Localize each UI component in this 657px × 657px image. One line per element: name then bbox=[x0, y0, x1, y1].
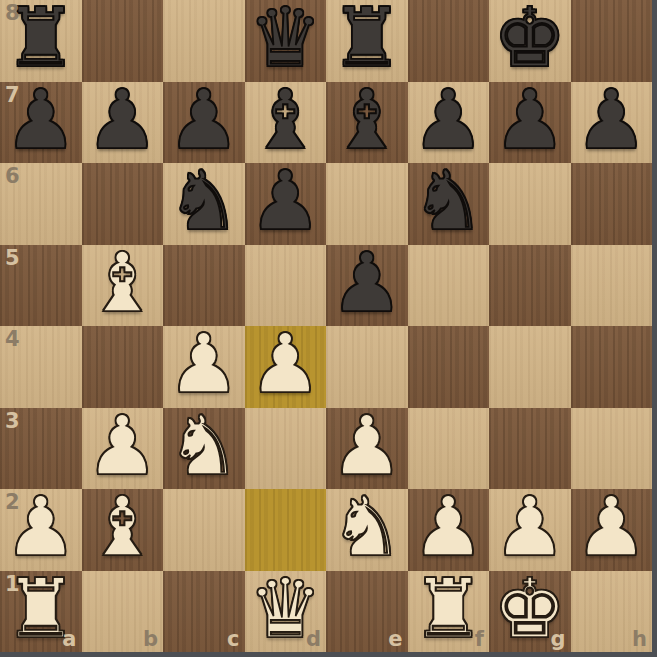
square-a2[interactable]: ♟2 bbox=[0, 489, 82, 571]
square-a3[interactable]: 3 bbox=[0, 408, 82, 490]
piece-white-bishop-b2[interactable]: ♝ bbox=[85, 489, 159, 568]
piece-white-king-g1[interactable]: ♚ bbox=[493, 571, 567, 650]
square-a8[interactable]: ♜8 bbox=[0, 0, 82, 82]
square-h1[interactable]: h bbox=[571, 571, 653, 653]
square-h3[interactable] bbox=[571, 408, 653, 490]
square-g6[interactable] bbox=[489, 163, 571, 245]
file-label-b: b bbox=[143, 629, 158, 650]
square-b1[interactable]: b bbox=[82, 571, 164, 653]
square-b6[interactable] bbox=[82, 163, 164, 245]
square-d4[interactable]: ♟ bbox=[245, 326, 327, 408]
square-f4[interactable] bbox=[408, 326, 490, 408]
rank-label-4: 4 bbox=[5, 329, 20, 350]
square-a7[interactable]: ♟7 bbox=[0, 82, 82, 164]
piece-white-knight-e2[interactable]: ♞ bbox=[330, 489, 404, 568]
square-f6[interactable]: ♞ bbox=[408, 163, 490, 245]
piece-black-rook-e8[interactable]: ♜ bbox=[330, 0, 404, 79]
file-label-e: e bbox=[388, 629, 402, 650]
square-h4[interactable] bbox=[571, 326, 653, 408]
square-b5[interactable]: ♝ bbox=[82, 245, 164, 327]
square-b2[interactable]: ♝ bbox=[82, 489, 164, 571]
piece-white-rook-f1[interactable]: ♜ bbox=[411, 571, 485, 650]
square-d5[interactable] bbox=[245, 245, 327, 327]
square-f5[interactable] bbox=[408, 245, 490, 327]
square-h7[interactable]: ♟ bbox=[571, 82, 653, 164]
square-a5[interactable]: 5 bbox=[0, 245, 82, 327]
square-d7[interactable]: ♝ bbox=[245, 82, 327, 164]
square-f2[interactable]: ♟ bbox=[408, 489, 490, 571]
square-b4[interactable] bbox=[82, 326, 164, 408]
square-c5[interactable] bbox=[163, 245, 245, 327]
square-c3[interactable]: ♞ bbox=[163, 408, 245, 490]
piece-white-knight-c3[interactable]: ♞ bbox=[167, 408, 241, 487]
square-d1[interactable]: ♛d bbox=[245, 571, 327, 653]
square-e2[interactable]: ♞ bbox=[326, 489, 408, 571]
square-d2[interactable] bbox=[245, 489, 327, 571]
square-b8[interactable] bbox=[82, 0, 164, 82]
square-g1[interactable]: ♚g bbox=[489, 571, 571, 653]
square-h6[interactable] bbox=[571, 163, 653, 245]
square-e4[interactable] bbox=[326, 326, 408, 408]
rank-label-5: 5 bbox=[5, 248, 20, 269]
square-g4[interactable] bbox=[489, 326, 571, 408]
piece-black-pawn-c7[interactable]: ♟ bbox=[167, 82, 241, 161]
square-a6[interactable]: 6 bbox=[0, 163, 82, 245]
square-f3[interactable] bbox=[408, 408, 490, 490]
rank-label-3: 3 bbox=[5, 411, 20, 432]
piece-white-pawn-d4[interactable]: ♟ bbox=[248, 326, 322, 405]
square-e5[interactable]: ♟ bbox=[326, 245, 408, 327]
square-d8[interactable]: ♛ bbox=[245, 0, 327, 82]
square-h2[interactable]: ♟ bbox=[571, 489, 653, 571]
piece-black-bishop-e7[interactable]: ♝ bbox=[330, 82, 404, 161]
piece-black-knight-c6[interactable]: ♞ bbox=[167, 163, 241, 242]
square-g3[interactable] bbox=[489, 408, 571, 490]
piece-black-pawn-f7[interactable]: ♟ bbox=[411, 82, 485, 161]
piece-black-king-g8[interactable]: ♚ bbox=[493, 0, 567, 79]
square-f1[interactable]: ♜f bbox=[408, 571, 490, 653]
piece-white-pawn-g2[interactable]: ♟ bbox=[493, 489, 567, 568]
square-g2[interactable]: ♟ bbox=[489, 489, 571, 571]
piece-white-queen-d1[interactable]: ♛ bbox=[248, 571, 322, 650]
piece-black-pawn-d6[interactable]: ♟ bbox=[248, 163, 322, 242]
piece-white-pawn-b3[interactable]: ♟ bbox=[85, 408, 159, 487]
piece-white-pawn-h2[interactable]: ♟ bbox=[574, 489, 648, 568]
square-f8[interactable] bbox=[408, 0, 490, 82]
square-g8[interactable]: ♚ bbox=[489, 0, 571, 82]
piece-black-bishop-d7[interactable]: ♝ bbox=[248, 82, 322, 161]
piece-black-pawn-e5[interactable]: ♟ bbox=[330, 245, 404, 324]
square-e6[interactable] bbox=[326, 163, 408, 245]
square-e7[interactable]: ♝ bbox=[326, 82, 408, 164]
piece-black-pawn-b7[interactable]: ♟ bbox=[85, 82, 159, 161]
square-e3[interactable]: ♟ bbox=[326, 408, 408, 490]
square-b7[interactable]: ♟ bbox=[82, 82, 164, 164]
square-f7[interactable]: ♟ bbox=[408, 82, 490, 164]
piece-white-rook-a1[interactable]: ♜ bbox=[4, 571, 78, 650]
square-a4[interactable]: 4 bbox=[0, 326, 82, 408]
file-label-c: c bbox=[227, 629, 239, 650]
square-d6[interactable]: ♟ bbox=[245, 163, 327, 245]
piece-white-pawn-c4[interactable]: ♟ bbox=[167, 326, 241, 405]
square-d3[interactable] bbox=[245, 408, 327, 490]
square-b3[interactable]: ♟ bbox=[82, 408, 164, 490]
square-g5[interactable] bbox=[489, 245, 571, 327]
piece-black-pawn-h7[interactable]: ♟ bbox=[574, 82, 648, 161]
square-e8[interactable]: ♜ bbox=[326, 0, 408, 82]
square-c2[interactable] bbox=[163, 489, 245, 571]
piece-white-bishop-b5[interactable]: ♝ bbox=[85, 245, 159, 324]
piece-black-pawn-a7[interactable]: ♟ bbox=[4, 82, 78, 161]
square-c6[interactable]: ♞ bbox=[163, 163, 245, 245]
piece-black-rook-a8[interactable]: ♜ bbox=[4, 0, 78, 79]
square-h5[interactable] bbox=[571, 245, 653, 327]
piece-white-pawn-e3[interactable]: ♟ bbox=[330, 408, 404, 487]
piece-black-pawn-g7[interactable]: ♟ bbox=[493, 82, 567, 161]
square-a1[interactable]: ♜1a bbox=[0, 571, 82, 653]
square-g7[interactable]: ♟ bbox=[489, 82, 571, 164]
piece-white-pawn-a2[interactable]: ♟ bbox=[4, 489, 78, 568]
piece-black-queen-d8[interactable]: ♛ bbox=[248, 0, 322, 79]
square-h8[interactable] bbox=[571, 0, 653, 82]
rank-label-6: 6 bbox=[5, 166, 20, 187]
square-c1[interactable]: c bbox=[163, 571, 245, 653]
square-e1[interactable]: e bbox=[326, 571, 408, 653]
piece-white-pawn-f2[interactable]: ♟ bbox=[411, 489, 485, 568]
square-c8[interactable] bbox=[163, 0, 245, 82]
piece-black-knight-f6[interactable]: ♞ bbox=[411, 163, 485, 242]
file-label-h: h bbox=[632, 629, 647, 650]
chess-board: ♜8♛♜♚♟7♟♟♝♝♟♟♟6♞♟♞5♝♟4♟♟3♟♞♟♟2♝♞♟♟♟♜1abc… bbox=[0, 0, 652, 652]
square-c4[interactable]: ♟ bbox=[163, 326, 245, 408]
square-c7[interactable]: ♟ bbox=[163, 82, 245, 164]
